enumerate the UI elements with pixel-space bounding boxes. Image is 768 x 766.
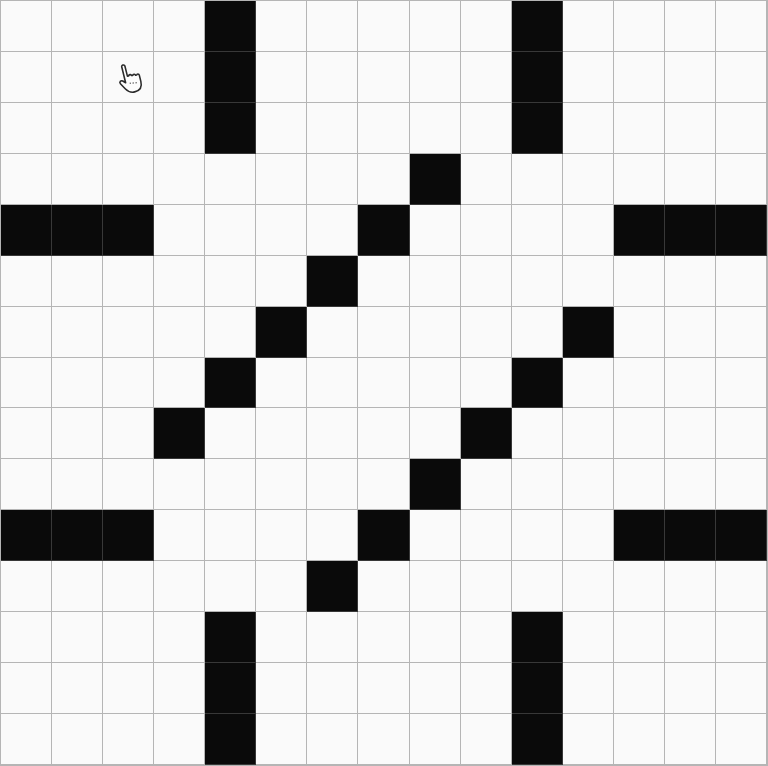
grid-cell-r4c8[interactable] [410,205,461,256]
grid-cell-r9c13[interactable] [665,459,716,510]
grid-cell-r1c13[interactable] [665,52,716,103]
grid-cell-r7c6[interactable] [307,358,358,409]
grid-cell-r13c0[interactable] [1,663,52,714]
grid-cell-r2c2[interactable] [103,103,154,154]
grid-cell-r5c12[interactable] [614,256,665,307]
grid-cell-r3c5[interactable] [256,154,307,205]
grid-cell-r1c14[interactable] [716,52,767,103]
grid-cell-r10c9[interactable] [461,510,512,561]
grid-cell-r13c14[interactable] [716,663,767,714]
grid-cell-r13c11[interactable] [563,663,614,714]
grid-cell-r7c2[interactable] [103,358,154,409]
grid-cell-r4c3[interactable] [154,205,205,256]
grid-cell-r3c7[interactable] [358,154,409,205]
grid-cell-r4c7[interactable] [358,205,409,256]
grid-cell-r6c4[interactable] [205,307,256,358]
grid-cell-r9c6[interactable] [307,459,358,510]
grid-cell-r3c13[interactable] [665,154,716,205]
grid-cell-r7c11[interactable] [563,358,614,409]
grid-cell-r7c5[interactable] [256,358,307,409]
grid-cell-r2c7[interactable] [358,103,409,154]
grid-cell-r1c7[interactable] [358,52,409,103]
grid-cell-r13c1[interactable] [52,663,103,714]
grid-cell-r0c7[interactable] [358,1,409,52]
grid-cell-r5c3[interactable] [154,256,205,307]
grid-cell-r13c9[interactable] [461,663,512,714]
grid-cell-r0c13[interactable] [665,1,716,52]
grid-cell-r2c0[interactable] [1,103,52,154]
grid-cell-r2c10[interactable] [512,103,563,154]
grid-cell-r13c10[interactable] [512,663,563,714]
grid-cell-r5c1[interactable] [52,256,103,307]
grid-cell-r12c4[interactable] [205,612,256,663]
grid-cell-r7c12[interactable] [614,358,665,409]
grid-cell-r6c12[interactable] [614,307,665,358]
grid-cell-r2c12[interactable] [614,103,665,154]
grid-cell-r3c11[interactable] [563,154,614,205]
grid-cell-r7c8[interactable] [410,358,461,409]
grid-cell-r6c10[interactable] [512,307,563,358]
grid-cell-r2c9[interactable] [461,103,512,154]
grid-cell-r5c0[interactable] [1,256,52,307]
grid-cell-r0c11[interactable] [563,1,614,52]
grid-cell-r12c13[interactable] [665,612,716,663]
grid-cell-r11c14[interactable] [716,561,767,612]
grid-cell-r1c0[interactable] [1,52,52,103]
grid-cell-r13c7[interactable] [358,663,409,714]
grid-cell-r10c0[interactable] [1,510,52,561]
grid-cell-r3c1[interactable] [52,154,103,205]
grid-cell-r4c11[interactable] [563,205,614,256]
grid-cell-r7c13[interactable] [665,358,716,409]
grid-cell-r3c8[interactable] [410,154,461,205]
screenshot-viewport [0,0,768,766]
grid-cell-r11c11[interactable] [563,561,614,612]
grid-cell-r6c11[interactable] [563,307,614,358]
grid-cell-r14c9[interactable] [461,714,512,765]
grid-cell-r11c10[interactable] [512,561,563,612]
grid-cell-r0c14[interactable] [716,1,767,52]
grid-cell-r7c14[interactable] [716,358,767,409]
grid-cell-r14c10[interactable] [512,714,563,765]
grid-cell-r10c14[interactable] [716,510,767,561]
grid-cell-r11c0[interactable] [1,561,52,612]
grid-cell-r6c7[interactable] [358,307,409,358]
grid-cell-r2c3[interactable] [154,103,205,154]
grid-cell-r6c5[interactable] [256,307,307,358]
grid-cell-r6c3[interactable] [154,307,205,358]
grid-cell-r2c5[interactable] [256,103,307,154]
grid-cell-r5c10[interactable] [512,256,563,307]
grid-cell-r1c3[interactable] [154,52,205,103]
grid-cell-r3c14[interactable] [716,154,767,205]
grid-cell-r10c4[interactable] [205,510,256,561]
grid-cell-r11c4[interactable] [205,561,256,612]
grid-cell-r8c10[interactable] [512,408,563,459]
grid-cell-r2c4[interactable] [205,103,256,154]
grid-cell-r10c3[interactable] [154,510,205,561]
grid-cell-r11c8[interactable] [410,561,461,612]
grid-cell-r4c10[interactable] [512,205,563,256]
grid-cell-r8c8[interactable] [410,408,461,459]
grid-cell-r10c5[interactable] [256,510,307,561]
grid-cell-r7c10[interactable] [512,358,563,409]
grid-cell-r1c1[interactable] [52,52,103,103]
grid-cell-r12c9[interactable] [461,612,512,663]
grid-cell-r11c13[interactable] [665,561,716,612]
grid-cell-r14c8[interactable] [410,714,461,765]
grid-cell-r3c9[interactable] [461,154,512,205]
grid-cell-r14c7[interactable] [358,714,409,765]
grid-cell-r8c13[interactable] [665,408,716,459]
grid-cell-r9c5[interactable] [256,459,307,510]
grid-cell-r3c3[interactable] [154,154,205,205]
grid-cell-r10c13[interactable] [665,510,716,561]
grid-cell-r12c8[interactable] [410,612,461,663]
grid-cell-r13c12[interactable] [614,663,665,714]
grid-cell-r1c4[interactable] [205,52,256,103]
grid-cell-r9c9[interactable] [461,459,512,510]
grid-cell-r4c9[interactable] [461,205,512,256]
grid-cell-r10c2[interactable] [103,510,154,561]
grid-cell-r1c8[interactable] [410,52,461,103]
grid-cell-r5c7[interactable] [358,256,409,307]
grid-cell-r8c14[interactable] [716,408,767,459]
grid-cell-r12c11[interactable] [563,612,614,663]
grid-cell-r4c1[interactable] [52,205,103,256]
grid-cell-r0c5[interactable] [256,1,307,52]
grid-cell-r14c2[interactable] [103,714,154,765]
grid-cell-r11c1[interactable] [52,561,103,612]
grid-cell-r14c3[interactable] [154,714,205,765]
grid-cell-r10c11[interactable] [563,510,614,561]
grid-cell-r8c6[interactable] [307,408,358,459]
grid-cell-r3c12[interactable] [614,154,665,205]
grid-cell-r4c2[interactable] [103,205,154,256]
grid-cell-r12c0[interactable] [1,612,52,663]
grid-cell-r5c9[interactable] [461,256,512,307]
grid-cell-r12c12[interactable] [614,612,665,663]
grid-cell-r5c2[interactable] [103,256,154,307]
grid-cell-r13c13[interactable] [665,663,716,714]
grid-cell-r0c3[interactable] [154,1,205,52]
grid-cell-r10c8[interactable] [410,510,461,561]
grid-cell-r2c1[interactable] [52,103,103,154]
grid-cell-r2c6[interactable] [307,103,358,154]
grid-cell-r8c1[interactable] [52,408,103,459]
grid-cell-r9c10[interactable] [512,459,563,510]
grid-cell-r9c3[interactable] [154,459,205,510]
grid-cell-r12c1[interactable] [52,612,103,663]
grid-cell-r1c6[interactable] [307,52,358,103]
grid-cell-r3c0[interactable] [1,154,52,205]
grid-cell-r9c11[interactable] [563,459,614,510]
grid-cell-r4c12[interactable] [614,205,665,256]
grid-cell-r9c7[interactable] [358,459,409,510]
grid-cell-r6c6[interactable] [307,307,358,358]
grid-cell-r8c7[interactable] [358,408,409,459]
grid-cell-r8c9[interactable] [461,408,512,459]
grid-cell-r7c1[interactable] [52,358,103,409]
grid-cell-r1c11[interactable] [563,52,614,103]
grid-cell-r3c10[interactable] [512,154,563,205]
grid-cell-r2c8[interactable] [410,103,461,154]
grid-cell-r13c4[interactable] [205,663,256,714]
grid-cell-r1c5[interactable] [256,52,307,103]
grid-cell-r0c12[interactable] [614,1,665,52]
grid-cell-r6c14[interactable] [716,307,767,358]
grid-cell-r6c1[interactable] [52,307,103,358]
grid-cell-r14c13[interactable] [665,714,716,765]
grid-cell-r14c12[interactable] [614,714,665,765]
grid-cell-r12c5[interactable] [256,612,307,663]
grid-cell-r11c3[interactable] [154,561,205,612]
grid-cell-r0c0[interactable] [1,1,52,52]
grid-cell-r1c10[interactable] [512,52,563,103]
grid-cell-r3c6[interactable] [307,154,358,205]
grid-cell-r12c10[interactable] [512,612,563,663]
grid-cell-r10c6[interactable] [307,510,358,561]
grid-cell-r14c14[interactable] [716,714,767,765]
grid-cell-r7c0[interactable] [1,358,52,409]
grid-cell-r11c12[interactable] [614,561,665,612]
grid-cell-r14c6[interactable] [307,714,358,765]
grid-cell-r0c8[interactable] [410,1,461,52]
grid-cell-r11c5[interactable] [256,561,307,612]
grid-cell-r10c10[interactable] [512,510,563,561]
grid-cell-r6c2[interactable] [103,307,154,358]
grid-cell-r8c5[interactable] [256,408,307,459]
grid-cell-r8c4[interactable] [205,408,256,459]
grid-cell-r0c4[interactable] [205,1,256,52]
grid-cell-r4c5[interactable] [256,205,307,256]
grid-cell-r5c6[interactable] [307,256,358,307]
grid-cell-r4c6[interactable] [307,205,358,256]
grid-cell-r11c7[interactable] [358,561,409,612]
grid-cell-r1c9[interactable] [461,52,512,103]
grid-cell-r12c7[interactable] [358,612,409,663]
grid-cell-r13c8[interactable] [410,663,461,714]
grid-cell-r10c7[interactable] [358,510,409,561]
grid-cell-r0c10[interactable] [512,1,563,52]
grid-cell-r0c6[interactable] [307,1,358,52]
grid-cell-r3c4[interactable] [205,154,256,205]
grid-cell-r9c12[interactable] [614,459,665,510]
grid-cell-r4c13[interactable] [665,205,716,256]
grid-cell-r5c13[interactable] [665,256,716,307]
grid-cell-r11c2[interactable] [103,561,154,612]
grid-cell-r11c6[interactable] [307,561,358,612]
grid-cell-r5c8[interactable] [410,256,461,307]
grid-cell-r7c3[interactable] [154,358,205,409]
grid-cell-r4c4[interactable] [205,205,256,256]
grid-cell-r14c0[interactable] [1,714,52,765]
grid-cell-r6c8[interactable] [410,307,461,358]
grid-cell-r8c2[interactable] [103,408,154,459]
grid-cell-r10c1[interactable] [52,510,103,561]
grid-cell-r1c12[interactable] [614,52,665,103]
grid-cell-r8c0[interactable] [1,408,52,459]
grid-cell-r5c4[interactable] [205,256,256,307]
grid-cell-r12c14[interactable] [716,612,767,663]
grid-cell-r1c2[interactable] [103,52,154,103]
grid-cell-r7c9[interactable] [461,358,512,409]
grid-cell-r9c8[interactable] [410,459,461,510]
grid-cell-r0c9[interactable] [461,1,512,52]
grid-cell-r5c14[interactable] [716,256,767,307]
grid-cell-r0c2[interactable] [103,1,154,52]
grid-cell-r14c1[interactable] [52,714,103,765]
grid-cell-r2c14[interactable] [716,103,767,154]
grid-cell-r9c1[interactable] [52,459,103,510]
grid-cell-r12c3[interactable] [154,612,205,663]
grid-cell-r13c5[interactable] [256,663,307,714]
grid-cell-r9c2[interactable] [103,459,154,510]
grid-cell-r6c13[interactable] [665,307,716,358]
grid-cell-r3c2[interactable] [103,154,154,205]
grid-cell-r5c11[interactable] [563,256,614,307]
grid-cell-r8c11[interactable] [563,408,614,459]
grid-cell-r8c3[interactable] [154,408,205,459]
grid-cell-r6c9[interactable] [461,307,512,358]
grid-cell-r0c1[interactable] [52,1,103,52]
grid-cell-r11c9[interactable] [461,561,512,612]
grid-cell-r14c4[interactable] [205,714,256,765]
grid-cell-r12c2[interactable] [103,612,154,663]
grid-cell-r6c0[interactable] [1,307,52,358]
grid-cell-r4c14[interactable] [716,205,767,256]
grid-cell-r13c6[interactable] [307,663,358,714]
grid-cell-r14c11[interactable] [563,714,614,765]
grid-cell-r9c4[interactable] [205,459,256,510]
grid-cell-r12c6[interactable] [307,612,358,663]
grid-cell-r10c12[interactable] [614,510,665,561]
grid-cell-r7c4[interactable] [205,358,256,409]
grid-cell-r9c14[interactable] [716,459,767,510]
grid-cell-r9c0[interactable] [1,459,52,510]
grid-cell-r2c11[interactable] [563,103,614,154]
grid-cell-r14c5[interactable] [256,714,307,765]
grid-cell-r7c7[interactable] [358,358,409,409]
grid-cell-r2c13[interactable] [665,103,716,154]
grid-cell-r13c3[interactable] [154,663,205,714]
grid-cell-r5c5[interactable] [256,256,307,307]
puzzle-board [0,0,768,766]
grid-cell-r8c12[interactable] [614,408,665,459]
grid-cell-r13c2[interactable] [103,663,154,714]
grid-cell-r4c0[interactable] [1,205,52,256]
